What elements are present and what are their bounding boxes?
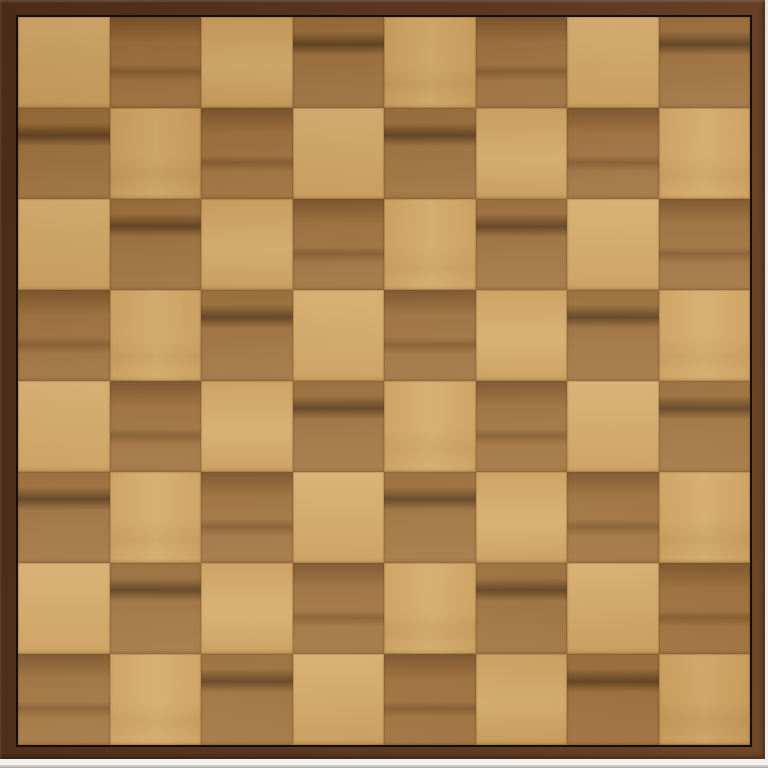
square-b8[interactable]: [110, 17, 202, 108]
square-f5[interactable]: [476, 290, 568, 381]
square-c2[interactable]: [201, 563, 293, 654]
square-b3[interactable]: [110, 472, 202, 563]
square-d2[interactable]: [293, 563, 385, 654]
square-a7[interactable]: [18, 108, 110, 199]
square-d7[interactable]: [293, 108, 385, 199]
board-photo: [0, 0, 768, 768]
square-g5[interactable]: [567, 290, 659, 381]
square-b7[interactable]: [110, 108, 202, 199]
board-frame: [0, 0, 765, 759]
square-e5[interactable]: [384, 290, 476, 381]
square-g7[interactable]: [567, 108, 659, 199]
square-f6[interactable]: [476, 199, 568, 290]
square-h5[interactable]: [659, 290, 751, 381]
square-a5[interactable]: [18, 290, 110, 381]
square-e7[interactable]: [384, 108, 476, 199]
square-d1[interactable]: [293, 654, 385, 745]
square-b4[interactable]: [110, 381, 202, 472]
square-a4[interactable]: [18, 381, 110, 472]
square-f1[interactable]: [476, 654, 568, 745]
square-c6[interactable]: [201, 199, 293, 290]
square-h2[interactable]: [659, 563, 751, 654]
square-f8[interactable]: [476, 17, 568, 108]
square-e3[interactable]: [384, 472, 476, 563]
chess-board: [18, 17, 750, 745]
square-c3[interactable]: [201, 472, 293, 563]
square-e1[interactable]: [384, 654, 476, 745]
square-e2[interactable]: [384, 563, 476, 654]
board-groove: [16, 15, 752, 747]
square-h4[interactable]: [659, 381, 751, 472]
square-a1[interactable]: [18, 654, 110, 745]
square-g3[interactable]: [567, 472, 659, 563]
square-a6[interactable]: [18, 199, 110, 290]
square-b2[interactable]: [110, 563, 202, 654]
square-a2[interactable]: [18, 563, 110, 654]
square-d3[interactable]: [293, 472, 385, 563]
square-b6[interactable]: [110, 199, 202, 290]
square-g4[interactable]: [567, 381, 659, 472]
square-c1[interactable]: [201, 654, 293, 745]
square-c7[interactable]: [201, 108, 293, 199]
square-g1[interactable]: [567, 654, 659, 745]
square-h3[interactable]: [659, 472, 751, 563]
square-b1[interactable]: [110, 654, 202, 745]
square-d4[interactable]: [293, 381, 385, 472]
square-a8[interactable]: [18, 17, 110, 108]
square-c5[interactable]: [201, 290, 293, 381]
square-f7[interactable]: [476, 108, 568, 199]
square-c4[interactable]: [201, 381, 293, 472]
square-f2[interactable]: [476, 563, 568, 654]
square-h8[interactable]: [659, 17, 751, 108]
square-e8[interactable]: [384, 17, 476, 108]
square-g8[interactable]: [567, 17, 659, 108]
square-h7[interactable]: [659, 108, 751, 199]
square-f3[interactable]: [476, 472, 568, 563]
square-f4[interactable]: [476, 381, 568, 472]
square-g2[interactable]: [567, 563, 659, 654]
square-d5[interactable]: [293, 290, 385, 381]
square-d8[interactable]: [293, 17, 385, 108]
square-h6[interactable]: [659, 199, 751, 290]
square-e4[interactable]: [384, 381, 476, 472]
square-d6[interactable]: [293, 199, 385, 290]
square-c8[interactable]: [201, 17, 293, 108]
square-e6[interactable]: [384, 199, 476, 290]
square-h1[interactable]: [659, 654, 751, 745]
square-g6[interactable]: [567, 199, 659, 290]
square-a3[interactable]: [18, 472, 110, 563]
square-b5[interactable]: [110, 290, 202, 381]
